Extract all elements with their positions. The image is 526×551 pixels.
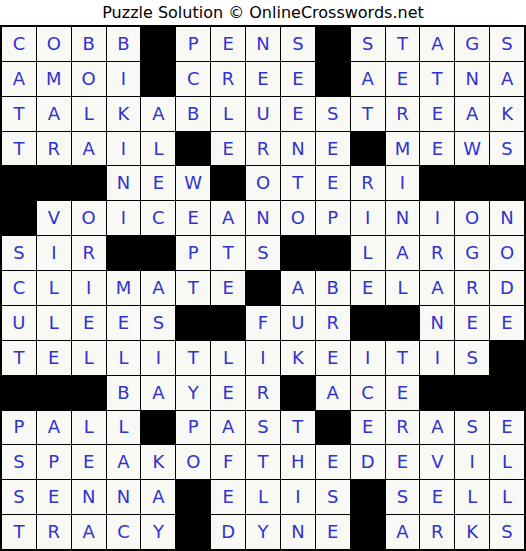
- letter-cell-r12c7: A: [211, 411, 245, 445]
- letter-cell-r13c6: O: [176, 445, 210, 479]
- letter-cell-r13c13: V: [420, 445, 454, 479]
- letter-cell-r9c5: S: [141, 306, 175, 340]
- letter-cell-r12c11: E: [351, 411, 385, 445]
- letter-cell-r9c10: R: [316, 306, 350, 340]
- letter-cell-r4c4: I: [107, 132, 141, 166]
- letter-cell-r15c5: Y: [141, 515, 175, 549]
- letter-cell-r12c4: L: [107, 411, 141, 445]
- letter-cell-r8c3: I: [72, 271, 106, 305]
- letter-cell-r15c9: N: [281, 515, 315, 549]
- letter-cell-r15c1: T: [2, 515, 36, 549]
- letter-cell-r7c14: G: [455, 236, 489, 270]
- letter-cell-r3c15: K: [490, 97, 524, 131]
- letter-cell-r7c2: I: [37, 236, 71, 270]
- letter-cell-r6c3: O: [72, 201, 106, 235]
- letter-cell-r9c4: E: [107, 306, 141, 340]
- letter-cell-r6c4: I: [107, 201, 141, 235]
- letter-cell-r10c6: T: [176, 341, 210, 375]
- letter-cell-r2c1: A: [2, 62, 36, 96]
- letter-cell-r15c3: A: [72, 515, 106, 549]
- letter-cell-r8c1: C: [2, 271, 36, 305]
- letter-cell-r3c11: T: [351, 97, 385, 131]
- letter-cell-r13c4: A: [107, 445, 141, 479]
- letter-cell-r2c9: E: [281, 62, 315, 96]
- block-cell-r11c14: [455, 376, 489, 410]
- letter-cell-r10c8: I: [246, 341, 280, 375]
- letter-cell-r5c11: R: [351, 166, 385, 200]
- block-cell-r7c9: [281, 236, 315, 270]
- letter-cell-r7c11: L: [351, 236, 385, 270]
- letter-cell-r2c15: A: [490, 62, 524, 96]
- letter-cell-r13c3: E: [72, 445, 106, 479]
- letter-cell-r10c4: L: [107, 341, 141, 375]
- letter-cell-r1c12: T: [386, 27, 420, 61]
- letter-cell-r10c10: E: [316, 341, 350, 375]
- letter-cell-r13c14: I: [455, 445, 489, 479]
- letter-cell-r6c10: P: [316, 201, 350, 235]
- block-cell-r15c11: [351, 515, 385, 549]
- letter-cell-r7c13: R: [420, 236, 454, 270]
- letter-cell-r8c11: E: [351, 271, 385, 305]
- block-cell-r11c1: [2, 376, 36, 410]
- block-cell-r5c3: [72, 166, 106, 200]
- letter-cell-r8c15: D: [490, 271, 524, 305]
- letter-cell-r13c15: L: [490, 445, 524, 479]
- letter-cell-r7c3: R: [72, 236, 106, 270]
- block-cell-r8c8: [246, 271, 280, 305]
- letter-cell-r1c6: P: [176, 27, 210, 61]
- letter-cell-r2c7: R: [211, 62, 245, 96]
- letter-cell-r5c5: E: [141, 166, 175, 200]
- letter-cell-r9c15: E: [490, 306, 524, 340]
- crossword-solution-page: Puzzle Solution © OnlineCrosswords.net C…: [0, 0, 526, 551]
- letter-cell-r3c4: K: [107, 97, 141, 131]
- letter-cell-r1c4: B: [107, 27, 141, 61]
- letter-cell-r12c12: R: [386, 411, 420, 445]
- letter-cell-r4c12: M: [386, 132, 420, 166]
- letter-cell-r2c3: O: [72, 62, 106, 96]
- letter-cell-r6c8: N: [246, 201, 280, 235]
- letter-cell-r15c12: A: [386, 515, 420, 549]
- letter-cell-r6c15: N: [490, 201, 524, 235]
- block-cell-r9c11: [351, 306, 385, 340]
- letter-cell-r8c14: R: [455, 271, 489, 305]
- page-title: Puzzle Solution © OnlineCrosswords.net: [0, 0, 526, 25]
- letter-cell-r9c14: E: [455, 306, 489, 340]
- letter-cell-r8c4: M: [107, 271, 141, 305]
- letter-cell-r8c7: E: [211, 271, 245, 305]
- letter-cell-r15c15: S: [490, 515, 524, 549]
- letter-cell-r12c8: S: [246, 411, 280, 445]
- letter-cell-r11c12: E: [386, 376, 420, 410]
- block-cell-r11c15: [490, 376, 524, 410]
- letter-cell-r3c3: L: [72, 97, 106, 131]
- block-cell-r6c1: [2, 201, 36, 235]
- letter-cell-r2c14: N: [455, 62, 489, 96]
- letter-cell-r8c6: T: [176, 271, 210, 305]
- letter-cell-r10c13: I: [420, 341, 454, 375]
- block-cell-r12c10: [316, 411, 350, 445]
- letter-cell-r2c13: T: [420, 62, 454, 96]
- letter-cell-r5c12: I: [386, 166, 420, 200]
- block-cell-r7c10: [316, 236, 350, 270]
- letter-cell-r13c10: E: [316, 445, 350, 479]
- letter-cell-r1c2: O: [37, 27, 71, 61]
- letter-cell-r14c15: L: [490, 480, 524, 514]
- letter-cell-r6c12: N: [386, 201, 420, 235]
- letter-cell-r5c6: W: [176, 166, 210, 200]
- letter-cell-r10c3: L: [72, 341, 106, 375]
- letter-cell-r11c5: A: [141, 376, 175, 410]
- block-cell-r4c11: [351, 132, 385, 166]
- block-cell-r11c13: [420, 376, 454, 410]
- letter-cell-r3c6: B: [176, 97, 210, 131]
- letter-cell-r12c2: A: [37, 411, 71, 445]
- block-cell-r12c5: [141, 411, 175, 445]
- letter-cell-r10c2: E: [37, 341, 71, 375]
- letter-cell-r15c13: R: [420, 515, 454, 549]
- block-cell-r5c1: [2, 166, 36, 200]
- letter-cell-r15c2: R: [37, 515, 71, 549]
- letter-cell-r13c12: E: [386, 445, 420, 479]
- letter-cell-r8c9: A: [281, 271, 315, 305]
- letter-cell-r12c14: S: [455, 411, 489, 445]
- letter-cell-r12c15: E: [490, 411, 524, 445]
- letter-cell-r4c1: T: [2, 132, 36, 166]
- letter-cell-r1c9: S: [281, 27, 315, 61]
- letter-cell-r15c14: K: [455, 515, 489, 549]
- letter-cell-r15c10: E: [316, 515, 350, 549]
- letter-cell-r12c13: A: [420, 411, 454, 445]
- letter-cell-r7c6: P: [176, 236, 210, 270]
- block-cell-r14c11: [351, 480, 385, 514]
- letter-cell-r11c11: C: [351, 376, 385, 410]
- letter-cell-r4c14: W: [455, 132, 489, 166]
- block-cell-r2c10: [316, 62, 350, 96]
- letter-cell-r4c5: L: [141, 132, 175, 166]
- letter-cell-r2c11: A: [351, 62, 385, 96]
- block-cell-r11c2: [37, 376, 71, 410]
- letter-cell-r10c7: L: [211, 341, 245, 375]
- letter-cell-r2c6: C: [176, 62, 210, 96]
- letter-cell-r9c2: L: [37, 306, 71, 340]
- block-cell-r4c6: [176, 132, 210, 166]
- letter-cell-r8c10: B: [316, 271, 350, 305]
- letter-cell-r3c13: E: [420, 97, 454, 131]
- block-cell-r10c15: [490, 341, 524, 375]
- block-cell-r5c13: [420, 166, 454, 200]
- letter-cell-r6c14: O: [455, 201, 489, 235]
- letter-cell-r14c14: L: [455, 480, 489, 514]
- letter-cell-r11c4: B: [107, 376, 141, 410]
- letter-cell-r13c1: S: [2, 445, 36, 479]
- letter-cell-r1c7: E: [211, 27, 245, 61]
- letter-cell-r6c6: E: [176, 201, 210, 235]
- letter-cell-r2c8: E: [246, 62, 280, 96]
- letter-cell-r11c7: E: [211, 376, 245, 410]
- letter-cell-r3c5: A: [141, 97, 175, 131]
- block-cell-r5c15: [490, 166, 524, 200]
- letter-cell-r3c8: U: [246, 97, 280, 131]
- letter-cell-r1c1: C: [2, 27, 36, 61]
- letter-cell-r15c8: Y: [246, 515, 280, 549]
- block-cell-r11c9: [281, 376, 315, 410]
- letter-cell-r7c12: A: [386, 236, 420, 270]
- letter-cell-r9c1: U: [2, 306, 36, 340]
- letter-cell-r4c13: E: [420, 132, 454, 166]
- letter-cell-r6c9: O: [281, 201, 315, 235]
- letter-cell-r3c9: E: [281, 97, 315, 131]
- letter-cell-r2c12: E: [386, 62, 420, 96]
- letter-cell-r9c13: N: [420, 306, 454, 340]
- letter-cell-r14c7: E: [211, 480, 245, 514]
- letter-cell-r10c12: T: [386, 341, 420, 375]
- letter-cell-r6c13: I: [420, 201, 454, 235]
- letter-cell-r11c10: A: [316, 376, 350, 410]
- block-cell-r11c3: [72, 376, 106, 410]
- letter-cell-r5c4: N: [107, 166, 141, 200]
- letter-cell-r14c13: E: [420, 480, 454, 514]
- letter-cell-r3c1: T: [2, 97, 36, 131]
- letter-cell-r9c3: E: [72, 306, 106, 340]
- letter-cell-r12c3: L: [72, 411, 106, 445]
- letter-cell-r1c14: G: [455, 27, 489, 61]
- letter-cell-r13c8: T: [246, 445, 280, 479]
- letter-cell-r5c10: E: [316, 166, 350, 200]
- letter-cell-r6c7: A: [211, 201, 245, 235]
- letter-cell-r10c11: I: [351, 341, 385, 375]
- letter-cell-r3c14: A: [455, 97, 489, 131]
- letter-cell-r14c12: S: [386, 480, 420, 514]
- letter-cell-r3c10: S: [316, 97, 350, 131]
- letter-cell-r13c7: F: [211, 445, 245, 479]
- letter-cell-r14c8: L: [246, 480, 280, 514]
- block-cell-r1c10: [316, 27, 350, 61]
- letter-cell-r7c1: S: [2, 236, 36, 270]
- letter-cell-r4c15: S: [490, 132, 524, 166]
- letter-cell-r1c15: S: [490, 27, 524, 61]
- letter-cell-r10c1: T: [2, 341, 36, 375]
- letter-cell-r7c8: S: [246, 236, 280, 270]
- block-cell-r14c6: [176, 480, 210, 514]
- letter-cell-r1c8: N: [246, 27, 280, 61]
- letter-cell-r2c2: M: [37, 62, 71, 96]
- block-cell-r2c5: [141, 62, 175, 96]
- letter-cell-r12c6: P: [176, 411, 210, 445]
- letter-cell-r8c13: A: [420, 271, 454, 305]
- letter-cell-r14c3: N: [72, 480, 106, 514]
- block-cell-r1c5: [141, 27, 175, 61]
- letter-cell-r4c3: A: [72, 132, 106, 166]
- block-cell-r15c6: [176, 515, 210, 549]
- letter-cell-r13c5: K: [141, 445, 175, 479]
- letter-cell-r14c5: A: [141, 480, 175, 514]
- letter-cell-r10c5: I: [141, 341, 175, 375]
- letter-cell-r10c9: K: [281, 341, 315, 375]
- letter-cell-r1c3: B: [72, 27, 106, 61]
- block-cell-r7c5: [141, 236, 175, 270]
- block-cell-r9c6: [176, 306, 210, 340]
- letter-cell-r14c4: N: [107, 480, 141, 514]
- letter-cell-r6c2: V: [37, 201, 71, 235]
- letter-cell-r8c5: A: [141, 271, 175, 305]
- letter-cell-r10c14: S: [455, 341, 489, 375]
- letter-cell-r1c13: A: [420, 27, 454, 61]
- letter-cell-r13c2: P: [37, 445, 71, 479]
- letter-cell-r3c7: L: [211, 97, 245, 131]
- letter-cell-r15c4: C: [107, 515, 141, 549]
- letter-cell-r6c11: I: [351, 201, 385, 235]
- letter-cell-r4c8: R: [246, 132, 280, 166]
- letter-cell-r4c9: N: [281, 132, 315, 166]
- letter-cell-r4c2: R: [37, 132, 71, 166]
- letter-cell-r4c7: E: [211, 132, 245, 166]
- letter-cell-r3c12: R: [386, 97, 420, 131]
- letter-cell-r7c15: O: [490, 236, 524, 270]
- letter-cell-r5c9: T: [281, 166, 315, 200]
- letter-cell-r8c12: L: [386, 271, 420, 305]
- letter-cell-r1c11: S: [351, 27, 385, 61]
- letter-cell-r9c9: U: [281, 306, 315, 340]
- letter-cell-r14c9: I: [281, 480, 315, 514]
- letter-cell-r15c7: D: [211, 515, 245, 549]
- letter-cell-r13c9: H: [281, 445, 315, 479]
- block-cell-r9c12: [386, 306, 420, 340]
- block-cell-r5c2: [37, 166, 71, 200]
- block-cell-r7c4: [107, 236, 141, 270]
- letter-cell-r14c10: S: [316, 480, 350, 514]
- block-cell-r9c7: [211, 306, 245, 340]
- crossword-grid: COBBPENSSTAGSAMOICREEAETNATALKABLUESTREA…: [0, 25, 526, 551]
- letter-cell-r12c9: T: [281, 411, 315, 445]
- letter-cell-r2c4: I: [107, 62, 141, 96]
- letter-cell-r8c2: L: [37, 271, 71, 305]
- letter-cell-r12c1: P: [2, 411, 36, 445]
- letter-cell-r11c8: R: [246, 376, 280, 410]
- letter-cell-r11c6: Y: [176, 376, 210, 410]
- letter-cell-r3c2: A: [37, 97, 71, 131]
- letter-cell-r13c11: D: [351, 445, 385, 479]
- block-cell-r5c14: [455, 166, 489, 200]
- letter-cell-r9c8: F: [246, 306, 280, 340]
- letter-cell-r14c1: S: [2, 480, 36, 514]
- letter-cell-r14c2: E: [37, 480, 71, 514]
- letter-cell-r4c10: E: [316, 132, 350, 166]
- letter-cell-r6c5: C: [141, 201, 175, 235]
- letter-cell-r5c8: O: [246, 166, 280, 200]
- letter-cell-r7c7: T: [211, 236, 245, 270]
- block-cell-r5c7: [211, 166, 245, 200]
